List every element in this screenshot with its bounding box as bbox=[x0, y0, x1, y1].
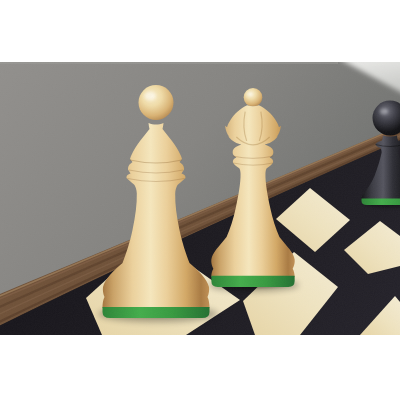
photo-canvas bbox=[0, 0, 400, 400]
photo-area bbox=[0, 56, 400, 340]
photo-grain-overlay bbox=[0, 62, 400, 335]
chess-set-product-photo bbox=[0, 0, 400, 400]
